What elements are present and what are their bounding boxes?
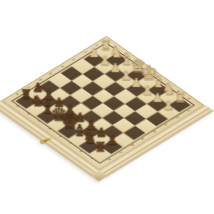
coordinate-label: 6 <box>37 79 42 82</box>
coordinate-label: a <box>16 104 21 107</box>
product-photo: aabbccddeeffgghh1122334455667788 ♜♞♝♛♚♝♞… <box>0 0 214 214</box>
coordinate-label: 4 <box>60 65 65 68</box>
coordinate-label: 4 <box>152 130 157 133</box>
coordinate-label: 2 <box>175 116 180 119</box>
coordinate-label: f <box>69 142 73 144</box>
coordinate-label: 8 <box>14 93 19 96</box>
coordinate-label: 8 <box>107 158 112 161</box>
coordinate-label: a <box>113 45 118 48</box>
coordinate-label: e <box>155 75 160 78</box>
coordinate-label: h <box>187 97 192 100</box>
coordinate-label: 3 <box>71 58 76 61</box>
coordinate-label: 5 <box>48 72 53 75</box>
board-frame: aabbccddeeffgghh1122334455667788 ♜♞♝♛♚♝♞… <box>1 36 205 170</box>
coordinate-label: f <box>165 82 169 84</box>
coordinate-label: d <box>144 67 149 70</box>
coordinate-label: 3 <box>163 123 168 126</box>
coordinate-label: g <box>176 90 181 93</box>
chess-board: aabbccddeeffgghh1122334455667788 ♜♞♝♛♚♝♞… <box>1 36 205 170</box>
coordinate-label: 2 <box>82 51 87 54</box>
coordinate-label: c <box>37 119 41 122</box>
coordinate-label: e <box>58 134 63 137</box>
brass-clasp <box>38 137 52 145</box>
coordinate-label: 7 <box>118 151 123 154</box>
coordinate-label: 7 <box>26 86 31 89</box>
coordinate-label: 1 <box>186 109 191 112</box>
coordinate-label: 1 <box>94 44 99 47</box>
coordinate-label: b <box>123 53 128 56</box>
coordinate-label: 6 <box>129 144 134 147</box>
coordinate-label: 5 <box>141 137 146 140</box>
coordinate-label: c <box>134 60 138 63</box>
chess-piece-white-rook: ♜ <box>98 39 114 52</box>
